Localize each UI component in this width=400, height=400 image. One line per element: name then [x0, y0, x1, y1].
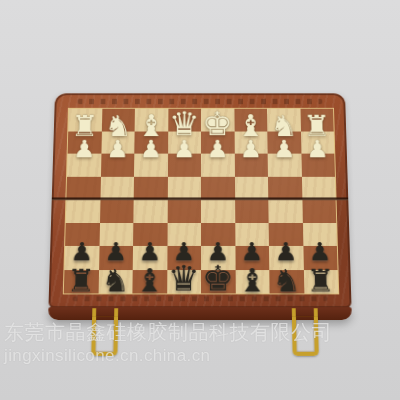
square-r6c8: [302, 223, 336, 246]
square-r8c1: [64, 270, 99, 294]
square-r6c5: [201, 223, 235, 246]
square-r4c4: [167, 176, 201, 199]
square-r2c2: [101, 131, 135, 154]
brass-clasp-left: [91, 316, 118, 356]
square-r7c5: [201, 246, 235, 270]
watermark: 东莞市晶鑫硅橡胶制品科技有限公司 jingxinsilicone.cn.chin…: [4, 321, 332, 366]
square-r6c4: [167, 223, 201, 246]
square-r1c4: [168, 109, 201, 131]
square-r1c3: [135, 109, 168, 131]
square-r8c4: [167, 270, 201, 294]
chess-board: ♜♞♝♛♚♝♞♜♟♟♟♟♟♟♟♟♟♟♟♟♟♟♟♟♜♞♝♛♚♝♞♜: [63, 108, 339, 295]
square-r6c3: [133, 223, 167, 246]
square-r6c6: [235, 223, 269, 246]
square-r4c2: [100, 176, 134, 199]
square-r4c3: [134, 176, 168, 199]
square-r3c5: [201, 154, 234, 177]
square-r2c1: [68, 131, 102, 154]
box-top-face: ♜♞♝♛♚♝♞♜♟♟♟♟♟♟♟♟♟♟♟♟♟♟♟♟♜♞♝♛♚♝♞♜: [48, 93, 351, 308]
square-r3c8: [301, 154, 335, 177]
square-r7c8: [303, 246, 338, 270]
square-r3c1: [67, 154, 101, 177]
frame-engraving-top: [78, 99, 323, 104]
square-r2c7: [267, 131, 301, 154]
square-r7c6: [235, 246, 269, 270]
square-r2c4: [168, 131, 201, 154]
square-r5c3: [133, 199, 167, 222]
board-squares: [64, 109, 338, 294]
square-r8c7: [269, 270, 304, 294]
square-r5c2: [100, 199, 134, 222]
square-r1c8: [300, 109, 334, 131]
square-r1c7: [267, 109, 300, 131]
frame-engraving-bottom: [73, 296, 328, 301]
square-r1c1: [68, 109, 102, 131]
square-r3c6: [234, 154, 268, 177]
square-r4c5: [201, 176, 235, 199]
folding-chess-box: ♜♞♝♛♚♝♞♜♟♟♟♟♟♟♟♟♟♟♟♟♟♟♟♟♜♞♝♛♚♝♞♜: [48, 93, 352, 322]
square-r7c4: [167, 246, 201, 270]
fold-seam: [52, 197, 349, 200]
square-r8c8: [303, 270, 338, 294]
watermark-url: jingxinsilicone.cn.china.cn: [4, 346, 332, 366]
square-r6c2: [99, 223, 133, 246]
square-r6c7: [269, 223, 303, 246]
square-r5c6: [235, 199, 269, 222]
brass-clasp-right: [292, 316, 319, 356]
square-r7c3: [133, 246, 167, 270]
square-r8c5: [201, 270, 235, 294]
square-r8c6: [235, 270, 269, 294]
square-r7c7: [269, 246, 303, 270]
square-r5c1: [66, 199, 100, 222]
square-r2c3: [134, 131, 167, 154]
square-r2c6: [234, 131, 267, 154]
square-r8c3: [132, 270, 166, 294]
product-photo: ♜♞♝♛♚♝♞♜♟♟♟♟♟♟♟♟♟♟♟♟♟♟♟♟♜♞♝♛♚♝♞♜ 东莞市晶鑫硅橡…: [0, 0, 400, 400]
square-r8c2: [98, 270, 133, 294]
square-r5c4: [167, 199, 201, 222]
square-r2c8: [300, 131, 334, 154]
square-r1c2: [101, 109, 134, 131]
square-r3c7: [268, 154, 302, 177]
square-r3c4: [167, 154, 200, 177]
square-r5c7: [268, 199, 302, 222]
square-r7c1: [64, 246, 99, 270]
square-r7c2: [99, 246, 133, 270]
square-r4c1: [66, 176, 100, 199]
square-r3c3: [134, 154, 168, 177]
square-r3c2: [100, 154, 134, 177]
square-r4c6: [234, 176, 268, 199]
square-r2c5: [201, 131, 234, 154]
watermark-company-name: 东莞市晶鑫硅橡胶制品科技有限公司: [4, 321, 332, 343]
square-r5c5: [201, 199, 235, 222]
square-r6c1: [65, 223, 99, 246]
square-r4c7: [268, 176, 302, 199]
square-r5c8: [302, 199, 336, 222]
square-r1c6: [234, 109, 267, 131]
square-r4c8: [301, 176, 335, 199]
square-r1c5: [201, 109, 234, 131]
